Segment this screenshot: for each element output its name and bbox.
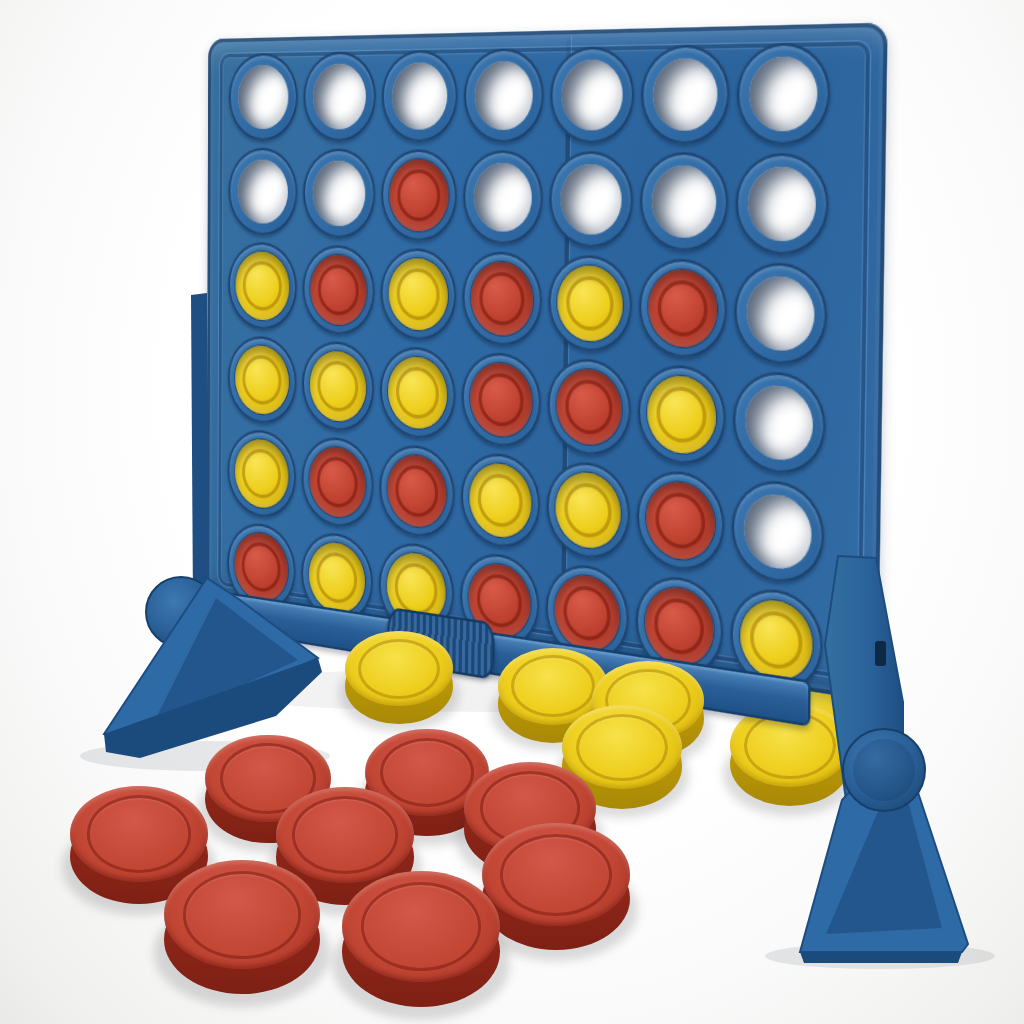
chip-top [482, 823, 629, 926]
chip-top [164, 860, 320, 969]
red-chip[interactable] [164, 860, 320, 994]
chip-top [345, 631, 453, 706]
scene: Connect Four (Four in a Row) [0, 0, 1024, 1024]
loose-discs [0, 0, 1024, 1024]
chip-top [342, 871, 501, 982]
red-chip[interactable] [342, 871, 501, 1008]
yellow-chip[interactable] [345, 631, 453, 723]
red-chip[interactable] [482, 823, 629, 950]
